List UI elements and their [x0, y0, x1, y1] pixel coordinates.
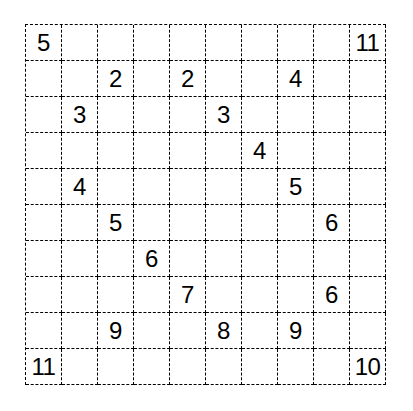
cell-r1c9[interactable] [314, 25, 350, 61]
cell-r4c2[interactable] [62, 133, 98, 169]
cell-r9c6: 8 [206, 313, 242, 349]
cell-r5c9[interactable] [314, 169, 350, 205]
cell-r9c1[interactable] [26, 313, 62, 349]
cell-r1c8[interactable] [278, 25, 314, 61]
cell-r2c3: 2 [98, 61, 134, 97]
cell-r3c3[interactable] [98, 97, 134, 133]
cell-r1c3[interactable] [98, 25, 134, 61]
cell-r2c5: 2 [170, 61, 206, 97]
cell-r10c8[interactable] [278, 349, 314, 385]
cell-r7c8[interactable] [278, 241, 314, 277]
cell-r10c7[interactable] [242, 349, 278, 385]
cell-r3c5[interactable] [170, 97, 206, 133]
clue-number: 2 [109, 67, 122, 91]
cell-r10c9[interactable] [314, 349, 350, 385]
clue-number: 9 [109, 319, 122, 343]
clue-number: 5 [109, 211, 122, 235]
cell-r10c2[interactable] [62, 349, 98, 385]
cell-r1c6[interactable] [206, 25, 242, 61]
cell-r8c9: 6 [314, 277, 350, 313]
cell-r4c9[interactable] [314, 133, 350, 169]
cell-r10c5[interactable] [170, 349, 206, 385]
cell-r2c1[interactable] [26, 61, 62, 97]
clue-number: 6 [325, 283, 338, 307]
cell-r8c10[interactable] [350, 277, 386, 313]
cell-r2c7[interactable] [242, 61, 278, 97]
cell-r6c5[interactable] [170, 205, 206, 241]
cell-r10c1: 11 [26, 349, 62, 385]
cell-r8c4[interactable] [134, 277, 170, 313]
cell-r1c4[interactable] [134, 25, 170, 61]
cell-r4c5[interactable] [170, 133, 206, 169]
cell-r8c7[interactable] [242, 277, 278, 313]
cell-r8c6[interactable] [206, 277, 242, 313]
cell-r6c10[interactable] [350, 205, 386, 241]
cell-r8c2[interactable] [62, 277, 98, 313]
cell-r3c8[interactable] [278, 97, 314, 133]
cell-r4c4[interactable] [134, 133, 170, 169]
cell-r4c6[interactable] [206, 133, 242, 169]
cell-r9c9[interactable] [314, 313, 350, 349]
cell-r2c9[interactable] [314, 61, 350, 97]
cell-r2c4[interactable] [134, 61, 170, 97]
cell-r9c2[interactable] [62, 313, 98, 349]
cell-r5c5[interactable] [170, 169, 206, 205]
cell-r3c9[interactable] [314, 97, 350, 133]
clue-number: 3 [73, 103, 86, 127]
cell-r8c1[interactable] [26, 277, 62, 313]
fillomino-board: 51122433445566769891110 [25, 24, 386, 385]
cell-r1c10: 11 [350, 25, 386, 61]
cell-r7c7[interactable] [242, 241, 278, 277]
cell-r4c3[interactable] [98, 133, 134, 169]
cell-r8c3[interactable] [98, 277, 134, 313]
cell-r8c5: 7 [170, 277, 206, 313]
cell-r4c8[interactable] [278, 133, 314, 169]
cell-r6c3: 5 [98, 205, 134, 241]
clue-number: 7 [181, 283, 194, 307]
cell-r7c10[interactable] [350, 241, 386, 277]
cell-r10c4[interactable] [134, 349, 170, 385]
cell-r6c1[interactable] [26, 205, 62, 241]
cell-r5c7[interactable] [242, 169, 278, 205]
clue-number: 5 [37, 31, 50, 55]
cell-r6c6[interactable] [206, 205, 242, 241]
cell-r1c7[interactable] [242, 25, 278, 61]
cell-r7c4: 6 [134, 241, 170, 277]
cell-r6c8[interactable] [278, 205, 314, 241]
clue-number: 11 [356, 31, 380, 55]
clue-number: 3 [217, 103, 230, 127]
cell-r4c1[interactable] [26, 133, 62, 169]
cell-r7c5[interactable] [170, 241, 206, 277]
cell-r8c8[interactable] [278, 277, 314, 313]
cell-r1c5[interactable] [170, 25, 206, 61]
clue-number: 4 [253, 139, 266, 163]
cell-r4c7: 4 [242, 133, 278, 169]
clue-number: 10 [355, 355, 381, 379]
clue-number: 5 [289, 175, 302, 199]
cell-r10c6[interactable] [206, 349, 242, 385]
cell-r6c4[interactable] [134, 205, 170, 241]
clue-number: 11 [32, 355, 56, 379]
cell-r7c2[interactable] [62, 241, 98, 277]
cell-r2c8: 4 [278, 61, 314, 97]
cell-r3c7[interactable] [242, 97, 278, 133]
cell-r9c7[interactable] [242, 313, 278, 349]
cell-r9c5[interactable] [170, 313, 206, 349]
clue-number: 2 [181, 67, 194, 91]
cell-r1c1: 5 [26, 25, 62, 61]
cell-r1c2[interactable] [62, 25, 98, 61]
cell-r3c10[interactable] [350, 97, 386, 133]
cell-r5c1[interactable] [26, 169, 62, 205]
cell-r6c2[interactable] [62, 205, 98, 241]
cell-r7c6[interactable] [206, 241, 242, 277]
clue-number: 4 [289, 67, 302, 91]
cell-r5c2: 4 [62, 169, 98, 205]
cell-r7c9[interactable] [314, 241, 350, 277]
clue-number: 6 [145, 247, 158, 271]
cell-r3c2: 3 [62, 97, 98, 133]
cell-r10c10: 10 [350, 349, 386, 385]
cell-r2c6[interactable] [206, 61, 242, 97]
cell-r10c3[interactable] [98, 349, 134, 385]
cell-r3c4[interactable] [134, 97, 170, 133]
cell-r5c6[interactable] [206, 169, 242, 205]
clue-number: 9 [289, 319, 302, 343]
cell-r9c8: 9 [278, 313, 314, 349]
clue-number: 6 [325, 211, 338, 235]
cell-r9c10[interactable] [350, 313, 386, 349]
cell-r4c10[interactable] [350, 133, 386, 169]
clue-number: 4 [73, 175, 86, 199]
cell-r2c2[interactable] [62, 61, 98, 97]
cell-r3c1[interactable] [26, 97, 62, 133]
cell-r9c4[interactable] [134, 313, 170, 349]
cell-r7c1[interactable] [26, 241, 62, 277]
cell-r5c3[interactable] [98, 169, 134, 205]
cell-r5c8: 5 [278, 169, 314, 205]
cell-r7c3[interactable] [98, 241, 134, 277]
cell-r6c7[interactable] [242, 205, 278, 241]
cell-r5c4[interactable] [134, 169, 170, 205]
cell-r3c6: 3 [206, 97, 242, 133]
clue-number: 8 [217, 319, 230, 343]
cell-r5c10[interactable] [350, 169, 386, 205]
cell-r2c10[interactable] [350, 61, 386, 97]
cell-r9c3: 9 [98, 313, 134, 349]
cell-r6c9: 6 [314, 205, 350, 241]
